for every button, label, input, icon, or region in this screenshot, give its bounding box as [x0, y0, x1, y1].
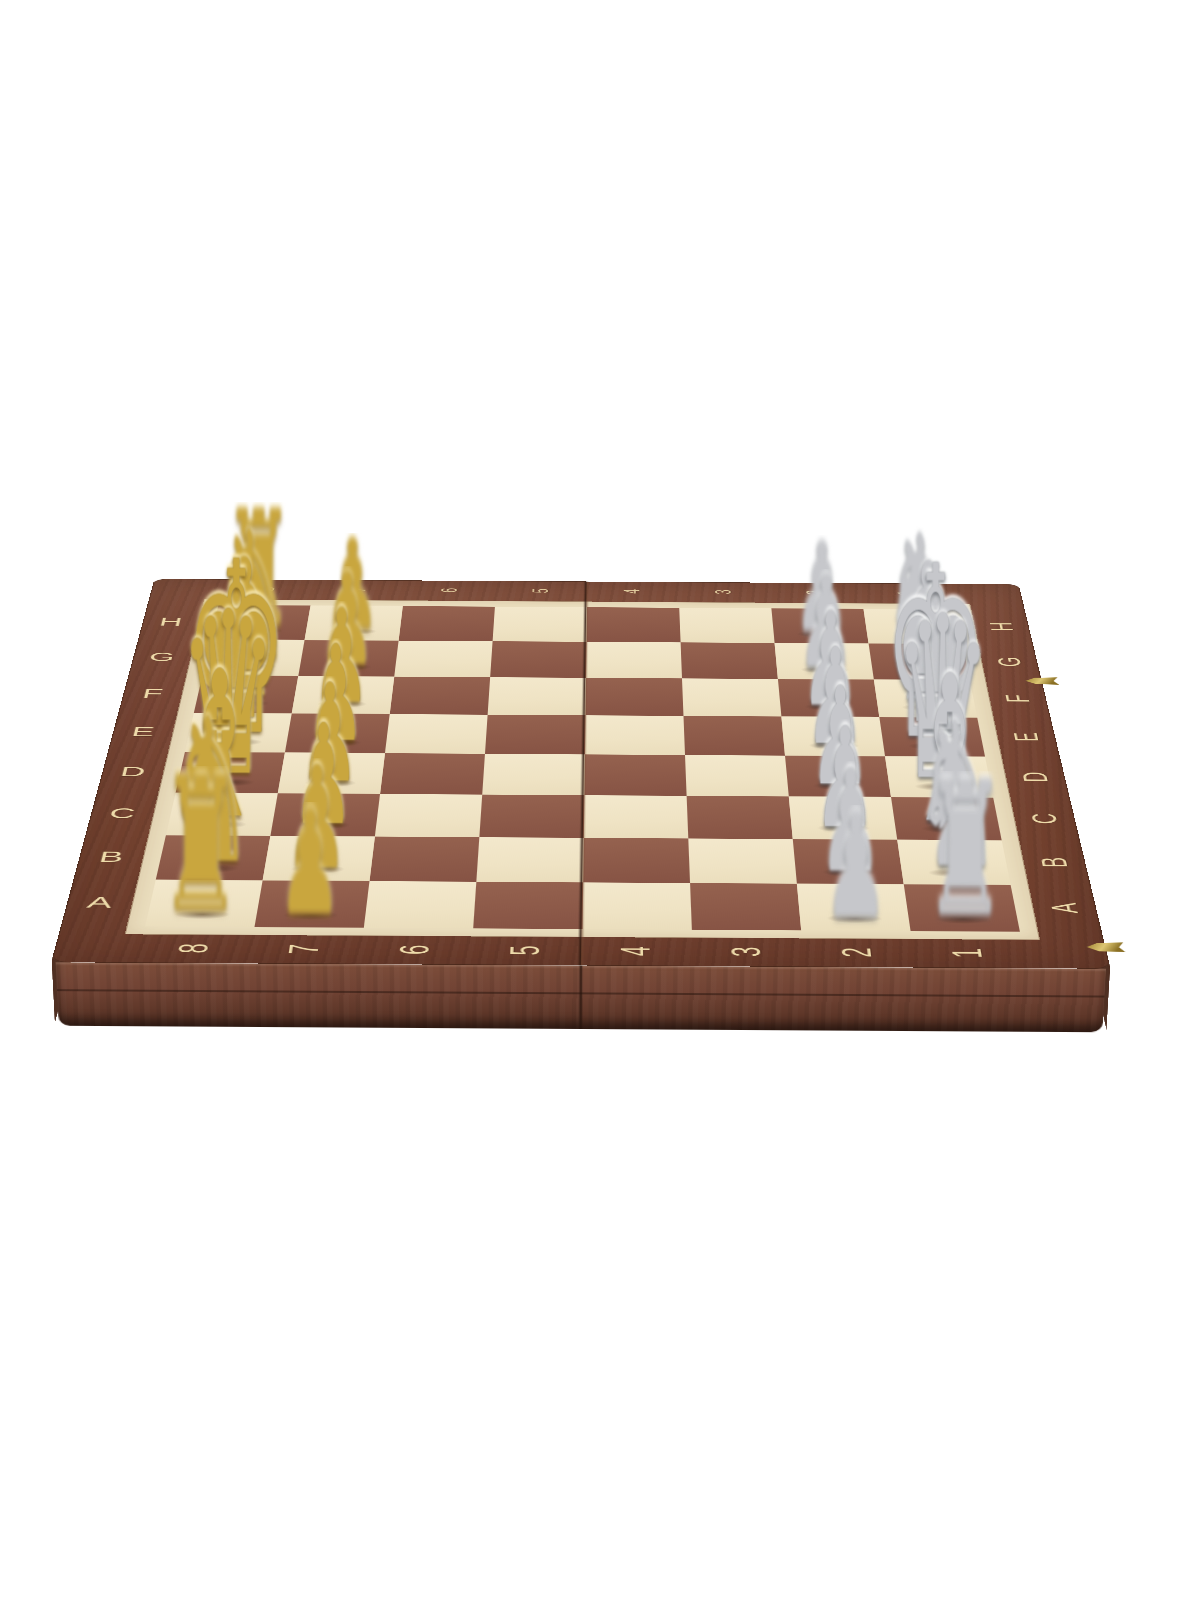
square-a4 — [583, 882, 692, 929]
rank-label-near-1: 1 — [947, 948, 988, 958]
square-e4 — [585, 715, 685, 755]
rank-label-near-5: 5 — [506, 945, 546, 955]
piece-gold-rook-a8: ♜ — [160, 766, 241, 924]
file-label-right-g: G — [992, 657, 1026, 667]
square-d5 — [482, 754, 585, 795]
file-label-left-c: C — [108, 806, 137, 821]
square-g5 — [490, 641, 586, 678]
square-f3 — [682, 678, 781, 716]
square-h3 — [679, 608, 774, 643]
square-e3 — [683, 716, 785, 756]
square-d6 — [380, 753, 485, 794]
square-b3 — [688, 838, 797, 883]
piece-gold-pawn-a7: ♟ — [278, 801, 341, 924]
square-h6 — [399, 606, 495, 641]
rank-label-near-8: 8 — [173, 943, 215, 953]
file-label-left-f: F — [141, 687, 164, 700]
file-label-right-b: B — [1035, 857, 1073, 867]
square-f6 — [390, 677, 490, 715]
file-label-right-f: F — [1000, 695, 1035, 703]
square-c6 — [375, 794, 482, 837]
square-a5 — [473, 882, 583, 929]
square-d3 — [685, 755, 789, 796]
chess-board: ♜♟♟♞♟♟♞♝♟♟♝♚♟♟♚♛♟♟♛♝♟♟♝♞♟♟♞♜♟♟♜ HGFEDCBA… — [51, 579, 1111, 969]
square-d4 — [584, 754, 686, 795]
file-label-right-e: E — [1008, 732, 1044, 741]
file-label-left-d: D — [119, 764, 147, 778]
square-c5 — [479, 795, 584, 838]
rank-label-near-4: 4 — [616, 946, 656, 956]
rank-label-near-3: 3 — [727, 947, 767, 957]
rank-label-far-4: 4 — [621, 589, 643, 594]
file-label-left-g: G — [148, 651, 176, 663]
scene: ♜♟♟♞♟♟♞♝♟♟♝♚♟♟♚♛♟♟♛♝♟♟♝♞♟♟♞♜♟♟♜ HGFEDCBA… — [0, 0, 1200, 1600]
square-e5 — [485, 715, 586, 755]
rank-label-near-7: 7 — [284, 944, 325, 954]
square-b4 — [583, 838, 690, 883]
file-label-left-b: B — [97, 849, 125, 864]
square-b6 — [369, 837, 479, 882]
rank-label-near-2: 2 — [837, 947, 878, 957]
square-c4 — [584, 795, 688, 838]
square-g3 — [681, 642, 778, 679]
rank-label-far-6: 6 — [438, 588, 460, 593]
square-h5 — [493, 607, 587, 642]
board-frame: ♜♟♟♞♟♟♞♝♟♟♝♚♟♟♚♛♟♟♛♝♟♟♝♞♟♟♞♜♟♟♜ HGFEDCBA… — [51, 579, 1111, 969]
square-a6 — [364, 881, 477, 928]
square-a7: ♟ — [254, 880, 369, 927]
square-g6 — [394, 641, 492, 678]
square-b5 — [476, 837, 583, 882]
rank-label-near-6: 6 — [395, 945, 436, 955]
square-a3 — [690, 883, 801, 930]
rank-label-far-3: 3 — [712, 590, 734, 595]
rank-label-far-5: 5 — [530, 589, 552, 594]
square-f4 — [586, 678, 684, 716]
square-c3 — [687, 796, 793, 839]
file-label-left-e: E — [130, 725, 156, 738]
square-a8: ♜ — [145, 880, 262, 927]
square-a2: ♟ — [797, 884, 911, 931]
file-label-right-a: A — [1044, 903, 1083, 914]
board-front-edge — [56, 962, 1107, 1032]
square-a1: ♜ — [904, 884, 1020, 931]
square-h4 — [587, 607, 681, 642]
square-e6 — [385, 714, 488, 754]
file-label-left-a: A — [86, 894, 115, 910]
file-label-right-d: D — [1016, 772, 1053, 782]
product-photo: ♜♟♟♞♟♟♞♝♟♟♝♚♟♟♚♛♟♟♛♝♟♟♝♞♟♟♞♜♟♟♜ HGFEDCBA… — [0, 0, 1200, 1600]
front-edge-seam — [578, 965, 583, 1029]
square-g4 — [586, 642, 682, 679]
square-f5 — [488, 677, 586, 715]
piece-silver-pawn-a2: ♟ — [824, 805, 887, 928]
piece-silver-rook-a1: ♜ — [925, 770, 1006, 928]
file-label-right-c: C — [1025, 813, 1062, 824]
